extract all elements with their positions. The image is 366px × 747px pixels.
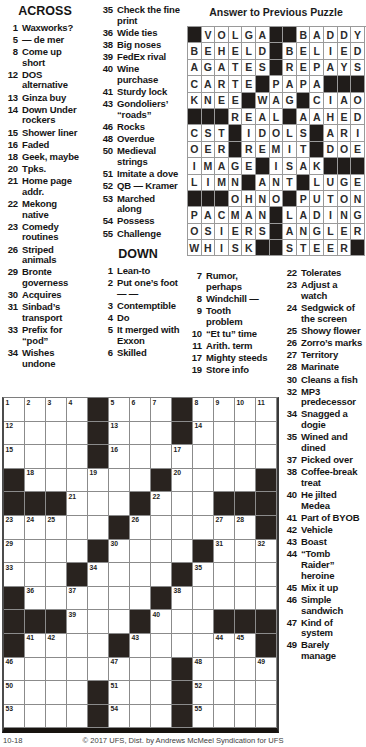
grid-cell[interactable]: 44 <box>214 634 235 658</box>
answer-cell: S <box>202 224 216 240</box>
grid-cell[interactable] <box>25 422 46 446</box>
grid-cell[interactable] <box>151 634 172 658</box>
grid-black-cell <box>256 516 277 540</box>
grid-cell[interactable] <box>214 587 235 611</box>
grid-cell[interactable]: 24 <box>25 516 46 540</box>
grid-cell[interactable]: 39 <box>67 610 88 634</box>
clue-text: Comedy routines <box>22 222 84 243</box>
grid-cell[interactable]: 18 <box>25 469 46 493</box>
grid-cell[interactable]: 5 <box>109 398 130 422</box>
grid-cell[interactable]: 10 <box>235 398 256 422</box>
grid-cell[interactable] <box>46 563 67 587</box>
answer-cell: N <box>297 224 311 240</box>
grid-cell[interactable] <box>214 563 235 587</box>
grid-cell[interactable]: 43 <box>130 634 151 658</box>
clue-text: Marinate <box>301 362 363 373</box>
cell-number: 40 <box>153 611 161 618</box>
answer-cell: S <box>351 60 365 76</box>
answer-black-cell <box>310 125 324 141</box>
clue-number: 19 <box>186 365 202 376</box>
grid-cell[interactable]: 54 <box>109 705 130 729</box>
grid-cell[interactable] <box>88 516 109 540</box>
grid-cell[interactable] <box>109 587 130 611</box>
grid-cell[interactable] <box>46 658 67 682</box>
clue-text: Medieval strings <box>117 146 181 167</box>
grid-cell[interactable] <box>46 445 67 469</box>
cell-number: 36 <box>27 587 35 594</box>
grid-cell[interactable]: 23 <box>4 516 25 540</box>
clue-text: Adjust a watch <box>301 280 363 301</box>
clue-number: 15 <box>2 128 18 139</box>
answer-cell: L <box>242 43 256 59</box>
clue: 12DOS alternative <box>2 70 94 91</box>
answer-cell: K <box>310 158 324 174</box>
clue: 14Down Under rockers <box>2 105 94 126</box>
clue-number: 6 <box>97 348 113 359</box>
grid-black-cell <box>88 705 109 729</box>
grid-cell[interactable] <box>256 705 277 729</box>
grid-cell[interactable] <box>235 445 256 469</box>
answer-cell: A <box>338 93 352 109</box>
grid-cell[interactable] <box>67 422 88 446</box>
grid-cell[interactable] <box>214 422 235 446</box>
clue: 26Zorro’s marks <box>281 338 366 349</box>
grid-cell[interactable] <box>130 587 151 611</box>
grid-cell[interactable] <box>109 610 130 634</box>
clue-text: Possess <box>117 216 181 227</box>
grid-cell[interactable] <box>46 540 67 564</box>
cell-number: 29 <box>6 540 14 547</box>
grid-cell[interactable] <box>193 634 214 658</box>
clue: 37Picked over <box>281 455 366 466</box>
grid-cell[interactable] <box>46 705 67 729</box>
clue: 27Territory <box>281 350 366 361</box>
grid-black-cell <box>151 469 172 493</box>
grid-cell[interactable]: 1 <box>4 398 25 422</box>
grid-cell[interactable] <box>172 610 193 634</box>
grid-black-cell <box>25 610 46 634</box>
answer-black-cell <box>256 240 270 256</box>
grid-cell[interactable]: 53 <box>4 705 25 729</box>
grid-cell[interactable] <box>67 445 88 469</box>
grid-cell[interactable] <box>88 610 109 634</box>
cell-number: 49 <box>258 658 266 665</box>
grid-cell[interactable]: 14 <box>193 422 214 446</box>
answer-cell: R <box>242 224 256 240</box>
clue-text: Sedgwick of the screen <box>301 303 363 324</box>
clue-number: 51 <box>97 169 113 180</box>
grid-cell[interactable] <box>46 681 67 705</box>
grid-cell[interactable]: 30 <box>109 540 130 564</box>
grid-cell[interactable]: 34 <box>88 563 109 587</box>
clue-number: 26 <box>281 338 297 349</box>
clue-number: 46 <box>97 122 113 133</box>
grid-cell[interactable] <box>151 516 172 540</box>
grid-cell[interactable] <box>151 658 172 682</box>
clue-text: Put one’s foot — — <box>117 278 181 299</box>
answer-cell: B <box>188 43 202 59</box>
answer-cell: E <box>256 142 270 158</box>
grid-cell[interactable] <box>193 610 214 634</box>
grid-cell[interactable] <box>130 705 151 729</box>
answer-cell: I <box>215 240 229 256</box>
grid-cell[interactable] <box>130 469 151 493</box>
grid-cell[interactable] <box>25 658 46 682</box>
grid-cell[interactable] <box>235 681 256 705</box>
answer-cell: G <box>202 60 216 76</box>
grid-cell[interactable]: 40 <box>151 610 172 634</box>
answer-cell: A <box>297 158 311 174</box>
grid-cell[interactable]: 6 <box>130 398 151 422</box>
cell-number: 8 <box>195 399 199 406</box>
grid-cell[interactable]: 51 <box>109 681 130 705</box>
answer-cell: I <box>324 207 338 223</box>
answer-cell: O <box>188 224 202 240</box>
grid-cell[interactable] <box>109 563 130 587</box>
grid-cell[interactable]: 28 <box>235 516 256 540</box>
clue: 22Mekong native <box>2 199 94 220</box>
clue-text: Boast <box>301 537 363 548</box>
answer-cell: G <box>351 207 365 223</box>
clue-text: Rumor, perhaps <box>206 271 269 292</box>
cell-number: 11 <box>258 399 265 406</box>
clue-text: QB — Kramer <box>117 181 181 192</box>
clue-text: — de mer <box>22 35 84 46</box>
grid-cell[interactable] <box>25 445 46 469</box>
grid-cell[interactable] <box>214 445 235 469</box>
clue-number: 11 <box>186 341 202 352</box>
grid-cell[interactable] <box>256 422 277 446</box>
grid-cell[interactable] <box>235 563 256 587</box>
answer-cell: A <box>242 207 256 223</box>
cell-number: 27 <box>216 516 224 523</box>
cell-number: 12 <box>6 422 14 429</box>
grid-cell[interactable] <box>67 658 88 682</box>
grid-cell[interactable] <box>25 681 46 705</box>
grid-cell[interactable] <box>235 587 256 611</box>
grid-cell[interactable] <box>235 705 256 729</box>
grid-cell[interactable]: 38 <box>172 587 193 611</box>
footer: 10-18 © 2017 UFS, Dist. by Andrews McMee… <box>0 736 366 745</box>
answer-black-cell <box>297 175 311 191</box>
answer-cell: T <box>297 142 311 158</box>
clue-number: 53 <box>97 194 113 215</box>
grid-cell[interactable]: 9 <box>214 398 235 422</box>
answer-cell: K <box>188 93 202 109</box>
clue: 46Simple sandwich <box>281 595 366 616</box>
clue-number: 26 <box>2 245 18 266</box>
answer-cell: L <box>283 207 297 223</box>
cell-number: 28 <box>237 516 245 523</box>
clue-number: 36 <box>97 28 113 39</box>
answer-cell: S <box>283 240 297 256</box>
grid-cell[interactable] <box>151 563 172 587</box>
clue: 47Kind of system <box>281 618 366 639</box>
clue: 36Wide ties <box>97 28 185 39</box>
grid-cell[interactable]: 3 <box>46 398 67 422</box>
grid-cell[interactable]: 42 <box>46 634 67 658</box>
clue-number: 1 <box>97 266 113 277</box>
grid-cell[interactable]: 35 <box>193 563 214 587</box>
grid-cell[interactable] <box>88 492 109 516</box>
grid-cell[interactable] <box>256 681 277 705</box>
grid-cell[interactable] <box>130 681 151 705</box>
grid-cell[interactable] <box>67 634 88 658</box>
answer-cell: E <box>242 60 256 76</box>
answer-cell: P <box>297 76 311 92</box>
grid-cell[interactable]: 19 <box>88 469 109 493</box>
grid-black-cell <box>109 634 130 658</box>
clue: 35Wined and dined <box>281 432 366 453</box>
grid-cell[interactable]: 52 <box>193 681 214 705</box>
clue-text: Barely manage <box>301 640 363 661</box>
clue-text: Windchill — <box>206 294 269 305</box>
grid-cell[interactable] <box>151 540 172 564</box>
cell-number: 32 <box>258 540 266 547</box>
answer-cell: E <box>297 60 311 76</box>
answer-cell: A <box>215 60 229 76</box>
grid-black-cell <box>172 681 193 705</box>
grid-cell[interactable]: 48 <box>193 658 214 682</box>
answer-cell: R <box>338 240 352 256</box>
grid-cell[interactable]: 4 <box>67 398 88 422</box>
clue-text: It merged with Exxon <box>117 325 181 346</box>
answer-cell: W <box>256 93 270 109</box>
clue-number: 8 <box>186 294 202 305</box>
grid-cell[interactable] <box>46 587 67 611</box>
grid-cell[interactable]: 27 <box>214 516 235 540</box>
answer-cell: E <box>351 175 365 191</box>
answer-cell: I <box>324 43 338 59</box>
answer-cell: A <box>297 207 311 223</box>
clue-text: Faded <box>22 140 84 151</box>
grid-cell[interactable] <box>193 469 214 493</box>
clue-number: 41 <box>281 513 297 524</box>
grid-cell[interactable] <box>193 445 214 469</box>
grid-cell[interactable] <box>172 540 193 564</box>
grid-cell[interactable]: 47 <box>109 658 130 682</box>
answer-black-cell <box>351 240 365 256</box>
answer-black-cell <box>338 158 352 174</box>
clue-number: 34 <box>2 348 18 369</box>
answer-cell: O <box>270 125 284 141</box>
answer-cell: E <box>297 43 311 59</box>
grid-cell[interactable] <box>46 422 67 446</box>
grid-cell[interactable]: 26 <box>130 516 151 540</box>
grid-cell[interactable]: 41 <box>25 634 46 658</box>
answer-black-cell <box>283 27 297 43</box>
grid-black-cell <box>67 563 88 587</box>
clue-text: Prefix for “pod” <box>22 325 84 346</box>
cell-number: 15 <box>6 446 14 453</box>
grid-cell[interactable] <box>109 469 130 493</box>
clue-number: 50 <box>97 146 113 167</box>
grid-cell[interactable]: 37 <box>67 587 88 611</box>
grid-cell[interactable] <box>130 658 151 682</box>
clue: 19Store info <box>186 365 281 376</box>
grid-cell[interactable] <box>256 563 277 587</box>
cell-number: 6 <box>132 399 136 406</box>
grid-cell[interactable] <box>67 469 88 493</box>
grid-cell[interactable]: 21 <box>67 492 88 516</box>
grid-cell[interactable] <box>235 658 256 682</box>
cell-number: 45 <box>237 634 245 641</box>
grid-cell[interactable] <box>25 540 46 564</box>
answer-cell: U <box>310 191 324 207</box>
grid-cell[interactable] <box>67 705 88 729</box>
answer-cell: A <box>310 27 324 43</box>
clue: 40Wine purchase <box>97 64 185 85</box>
cell-number: 9 <box>216 399 220 406</box>
grid-cell[interactable] <box>109 492 130 516</box>
answer-black-cell <box>351 76 365 92</box>
clue-text: Challenge <box>117 229 181 240</box>
grid-cell[interactable]: 55 <box>193 705 214 729</box>
grid-cell[interactable] <box>151 422 172 446</box>
grid-cell[interactable] <box>46 469 67 493</box>
grid-cell[interactable]: 2 <box>25 398 46 422</box>
clue: 20Tpks. <box>2 164 94 175</box>
grid-cell[interactable]: 36 <box>25 587 46 611</box>
grid-cell[interactable]: 33 <box>4 563 25 587</box>
clue: 11Arith. term <box>186 341 281 352</box>
grid-cell[interactable]: 13 <box>109 422 130 446</box>
clue-number: 55 <box>97 229 113 240</box>
grid-cell[interactable] <box>214 681 235 705</box>
clue-text: Come up short <box>22 47 84 68</box>
clue-text: Coffee-break treat <box>301 467 363 488</box>
cell-number: 55 <box>195 705 203 712</box>
grid-cell[interactable]: 25 <box>46 516 67 540</box>
clue-number: 48 <box>97 134 113 145</box>
answer-cell: A <box>256 175 270 191</box>
answer-cell: A <box>256 27 270 43</box>
clue: 22Tolerates <box>281 268 366 279</box>
answer-cell: R <box>283 60 297 76</box>
grid-cell[interactable] <box>214 658 235 682</box>
answer-cell: D <box>324 27 338 43</box>
answer-cell: C <box>215 207 229 223</box>
cell-number: 30 <box>111 540 119 547</box>
grid-cell[interactable] <box>67 540 88 564</box>
grid-cell[interactable] <box>67 681 88 705</box>
grid-cell[interactable] <box>214 469 235 493</box>
grid-cell[interactable]: 16 <box>109 445 130 469</box>
cell-number: 21 <box>69 493 77 500</box>
grid-cell[interactable]: 15 <box>4 445 25 469</box>
cell-number: 26 <box>132 516 140 523</box>
clue-number: 27 <box>281 350 297 361</box>
grid-cell[interactable] <box>235 422 256 446</box>
clue-number: 24 <box>281 303 297 324</box>
grid-cell[interactable]: 49 <box>256 658 277 682</box>
answer-black-cell <box>270 240 284 256</box>
grid-cell[interactable] <box>172 634 193 658</box>
grid-cell[interactable] <box>256 445 277 469</box>
grid-cell[interactable]: 50 <box>4 681 25 705</box>
answer-cell: P <box>270 76 284 92</box>
grid-cell[interactable] <box>88 587 109 611</box>
clue-number: 25 <box>281 326 297 337</box>
cell-number: 25 <box>48 516 56 523</box>
grid-cell[interactable]: 32 <box>256 540 277 564</box>
answer-cell: E <box>242 158 256 174</box>
grid-cell[interactable] <box>25 705 46 729</box>
clue-number: 40 <box>97 64 113 85</box>
grid-cell[interactable] <box>214 705 235 729</box>
clue-text: Zorro’s marks <box>301 338 363 349</box>
cell-number: 43 <box>132 634 140 641</box>
cell-number: 31 <box>216 540 224 547</box>
grid-cell[interactable] <box>88 634 109 658</box>
grid-cell[interactable]: 46 <box>4 658 25 682</box>
grid-cell[interactable] <box>172 516 193 540</box>
grid-cell[interactable] <box>67 516 88 540</box>
grid-cell[interactable] <box>151 681 172 705</box>
answer-cell: O <box>270 191 284 207</box>
answer-black-cell <box>270 224 284 240</box>
answer-cell: E <box>310 240 324 256</box>
clue-text: Geek, maybe <box>22 152 84 163</box>
grid-cell[interactable] <box>25 563 46 587</box>
grid-cell[interactable]: 7 <box>151 398 172 422</box>
answer-cell: A <box>283 76 297 92</box>
grid-cell[interactable] <box>193 492 214 516</box>
clue-number: 30 <box>281 375 297 386</box>
grid-cell[interactable] <box>235 469 256 493</box>
grid-cell[interactable] <box>256 587 277 611</box>
cell-number: 19 <box>90 469 98 476</box>
grid-cell[interactable] <box>193 587 214 611</box>
answer-cell: R <box>229 109 243 125</box>
cell-number: 50 <box>6 682 14 689</box>
clue-number: 29 <box>2 267 18 288</box>
grid-cell[interactable]: 8 <box>193 398 214 422</box>
answer-cell: M <box>270 142 284 158</box>
clue-number: 46 <box>281 595 297 616</box>
clue-text: FedEx rival <box>117 52 181 63</box>
grid-cell[interactable] <box>151 445 172 469</box>
grid-cell[interactable]: 29 <box>4 540 25 564</box>
grid-cell[interactable] <box>88 658 109 682</box>
answer-cell: L <box>310 43 324 59</box>
grid-cell[interactable]: 11 <box>256 398 277 422</box>
grid-cell[interactable]: 45 <box>235 634 256 658</box>
grid-cell[interactable] <box>172 492 193 516</box>
grid-cell[interactable]: 17 <box>172 445 193 469</box>
answer-cell: R <box>215 142 229 158</box>
answer-cell: A <box>202 76 216 92</box>
grid-black-cell <box>88 445 109 469</box>
grid-cell[interactable] <box>235 540 256 564</box>
clue-number: 52 <box>97 181 113 192</box>
grid-cell[interactable] <box>130 563 151 587</box>
grid-cell[interactable] <box>193 516 214 540</box>
grid-cell[interactable]: 31 <box>214 540 235 564</box>
grid-cell[interactable]: 20 <box>172 469 193 493</box>
grid-cell[interactable] <box>130 540 151 564</box>
grid-cell[interactable]: 22 <box>151 492 172 516</box>
grid-cell[interactable] <box>130 422 151 446</box>
grid-cell[interactable]: 12 <box>4 422 25 446</box>
answer-cell: T <box>229 76 243 92</box>
clue: 43Gondoliers’ “roads” <box>97 99 185 120</box>
clue-number: 4 <box>97 313 113 324</box>
grid-cell[interactable] <box>130 445 151 469</box>
grid-cell[interactable] <box>151 705 172 729</box>
answer-cell: M <box>229 207 243 223</box>
clue-text: Marched along <box>117 194 181 215</box>
